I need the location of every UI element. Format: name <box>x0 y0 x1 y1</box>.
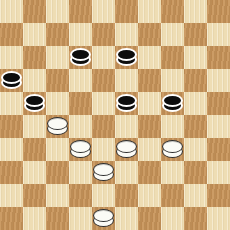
light-square <box>138 46 161 69</box>
light-square <box>23 69 46 92</box>
square-38[interactable] <box>92 161 115 184</box>
light-square <box>161 115 184 138</box>
square-23[interactable] <box>115 92 138 115</box>
light-square <box>46 184 69 207</box>
square-20[interactable] <box>184 69 207 92</box>
square-41[interactable] <box>23 184 46 207</box>
square-37[interactable] <box>46 161 69 184</box>
light-square <box>138 184 161 207</box>
square-8[interactable] <box>92 23 115 46</box>
light-square <box>46 0 69 23</box>
light-square <box>0 0 23 23</box>
white-man-top <box>47 117 68 130</box>
square-36[interactable] <box>0 161 23 184</box>
black-man[interactable] <box>24 94 45 112</box>
light-square <box>23 161 46 184</box>
light-square <box>92 184 115 207</box>
light-square <box>23 207 46 230</box>
square-22[interactable] <box>69 92 92 115</box>
square-42[interactable] <box>69 184 92 207</box>
black-man[interactable] <box>1 71 22 89</box>
light-square <box>207 69 230 92</box>
white-man-top <box>70 140 91 153</box>
square-35[interactable] <box>207 138 230 161</box>
light-square <box>184 0 207 23</box>
black-man-top <box>116 94 137 107</box>
light-square <box>92 138 115 161</box>
light-square <box>69 207 92 230</box>
square-25[interactable] <box>207 92 230 115</box>
light-square <box>161 23 184 46</box>
black-man-top <box>162 94 183 107</box>
square-1[interactable] <box>23 0 46 23</box>
white-man[interactable] <box>93 209 114 227</box>
square-46[interactable] <box>0 207 23 230</box>
draughts-board <box>0 0 230 230</box>
square-31[interactable] <box>23 138 46 161</box>
black-man[interactable] <box>70 48 91 66</box>
black-man[interactable] <box>162 94 183 112</box>
square-32[interactable] <box>69 138 92 161</box>
square-26[interactable] <box>0 115 23 138</box>
light-square <box>115 161 138 184</box>
white-man-top <box>162 140 183 153</box>
light-square <box>92 92 115 115</box>
white-man-top <box>93 163 114 176</box>
square-14[interactable] <box>161 46 184 69</box>
square-2[interactable] <box>69 0 92 23</box>
light-square <box>207 207 230 230</box>
light-square <box>69 161 92 184</box>
square-11[interactable] <box>23 46 46 69</box>
light-square <box>161 207 184 230</box>
square-16[interactable] <box>0 69 23 92</box>
square-40[interactable] <box>184 161 207 184</box>
white-man[interactable] <box>93 163 114 181</box>
light-square <box>115 207 138 230</box>
square-19[interactable] <box>138 69 161 92</box>
square-10[interactable] <box>184 23 207 46</box>
square-15[interactable] <box>207 46 230 69</box>
square-18[interactable] <box>92 69 115 92</box>
light-square <box>184 92 207 115</box>
square-9[interactable] <box>138 23 161 46</box>
light-square <box>0 46 23 69</box>
light-square <box>23 23 46 46</box>
square-3[interactable] <box>115 0 138 23</box>
black-man-top <box>1 71 22 84</box>
square-5[interactable] <box>207 0 230 23</box>
light-square <box>92 46 115 69</box>
white-man[interactable] <box>70 140 91 158</box>
light-square <box>138 138 161 161</box>
light-square <box>161 69 184 92</box>
light-square <box>184 184 207 207</box>
light-square <box>207 115 230 138</box>
light-square <box>23 115 46 138</box>
square-34[interactable] <box>161 138 184 161</box>
square-21[interactable] <box>23 92 46 115</box>
light-square <box>138 0 161 23</box>
light-square <box>69 69 92 92</box>
square-12[interactable] <box>69 46 92 69</box>
black-man[interactable] <box>116 48 137 66</box>
light-square <box>46 138 69 161</box>
square-49[interactable] <box>138 207 161 230</box>
square-28[interactable] <box>92 115 115 138</box>
light-square <box>115 23 138 46</box>
light-square <box>69 115 92 138</box>
square-29[interactable] <box>138 115 161 138</box>
black-man-top <box>70 48 91 61</box>
light-square <box>69 23 92 46</box>
square-30[interactable] <box>184 115 207 138</box>
white-man-top <box>116 140 137 153</box>
square-7[interactable] <box>46 23 69 46</box>
light-square <box>115 69 138 92</box>
light-square <box>207 161 230 184</box>
white-man[interactable] <box>116 140 137 158</box>
square-47[interactable] <box>46 207 69 230</box>
square-45[interactable] <box>207 184 230 207</box>
light-square <box>92 0 115 23</box>
light-square <box>46 46 69 69</box>
square-50[interactable] <box>184 207 207 230</box>
light-square <box>138 92 161 115</box>
square-24[interactable] <box>161 92 184 115</box>
square-13[interactable] <box>115 46 138 69</box>
black-man-top <box>24 94 45 107</box>
light-square <box>161 161 184 184</box>
light-square <box>0 184 23 207</box>
light-square <box>0 92 23 115</box>
light-square <box>115 115 138 138</box>
square-44[interactable] <box>161 184 184 207</box>
light-square <box>0 138 23 161</box>
square-43[interactable] <box>115 184 138 207</box>
square-48[interactable] <box>92 207 115 230</box>
black-man-top <box>116 48 137 61</box>
square-4[interactable] <box>161 0 184 23</box>
square-39[interactable] <box>138 161 161 184</box>
light-square <box>46 92 69 115</box>
light-square <box>184 138 207 161</box>
square-6[interactable] <box>0 23 23 46</box>
white-man-top <box>93 209 114 222</box>
square-17[interactable] <box>46 69 69 92</box>
square-27[interactable] <box>46 115 69 138</box>
white-man[interactable] <box>162 140 183 158</box>
light-square <box>207 23 230 46</box>
black-man[interactable] <box>116 94 137 112</box>
white-man[interactable] <box>47 117 68 135</box>
square-33[interactable] <box>115 138 138 161</box>
light-square <box>184 46 207 69</box>
